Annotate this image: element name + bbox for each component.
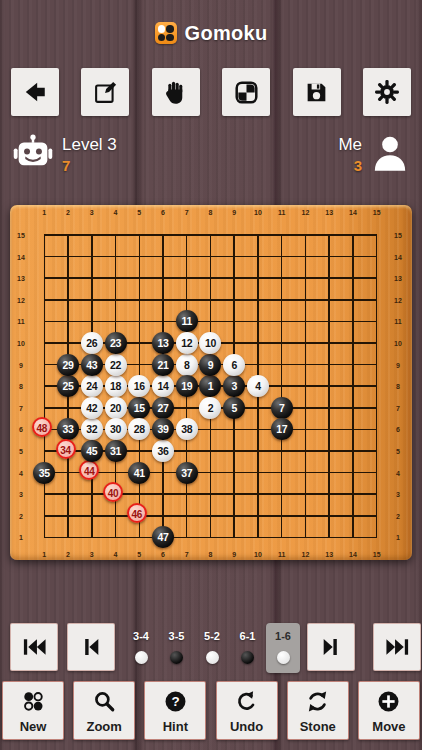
col-label-bottom: 8 [209,551,213,558]
black-stone-29: 29 [57,354,79,376]
row-label-right: 8 [396,383,400,390]
black-stone-35: 35 [33,462,55,484]
move-chip-label: 5-2 [204,630,220,642]
grid-vline [352,234,354,538]
action-label: Hint [163,719,188,734]
move-chip-label: 3-5 [169,630,185,642]
me-info: Me 3 [338,133,410,174]
action-label: Stone [300,719,336,734]
col-label-top: 14 [349,209,357,216]
col-label-bottom: 5 [137,551,141,558]
opponent-score: 7 [62,157,117,174]
white-stone-14: 14 [152,375,174,397]
row-label-right: 2 [396,512,400,519]
grid-vline [305,234,307,538]
move-chip-label: 1-6 [275,630,291,642]
row-label-left: 5 [19,448,23,455]
winning-white-stone-34: 34 [56,439,76,459]
black-stone-25: 25 [57,375,79,397]
row-label-right: 12 [394,296,402,303]
row-label-right: 15 [394,232,402,239]
me-score: 3 [354,157,362,174]
row-label-right: 14 [394,253,402,260]
col-label-bottom: 14 [349,551,357,558]
previous-move-button[interactable] [67,623,115,671]
stone-swap-icon [306,690,329,716]
settings-button[interactable] [363,68,411,116]
white-stone-20: 20 [105,397,127,419]
black-stone-41: 41 [128,462,150,484]
action-label: Zoom [86,719,121,734]
black-stone-31: 31 [105,440,127,462]
row-label-right: 4 [396,469,400,476]
person-icon [370,133,410,173]
stone-button[interactable]: Stone [287,681,349,740]
zoom-icon [93,690,116,716]
col-label-bottom: 15 [373,551,381,558]
col-label-top: 1 [42,209,46,216]
col-label-top: 10 [254,209,262,216]
black-stone-39: 39 [152,418,174,440]
black-stone-7: 7 [271,397,293,419]
move-chip-label: 3-4 [133,630,149,642]
hint-icon: ? [164,690,187,716]
grid-vline [281,234,283,538]
move-navigation: 3-43-55-26-11-6 [0,623,422,673]
back-arrow-icon [22,79,48,105]
app-header: Gomoku [0,18,422,48]
white-stone-36: 36 [152,440,174,462]
opponent-info: Level 3 7 [12,133,117,175]
black-stone-21: 21 [152,354,174,376]
row-label-left: 2 [19,512,23,519]
black-stone-47: 47 [152,526,174,548]
grid-hline [44,234,378,236]
black-stone-9: 9 [199,354,221,376]
black-stone-5: 5 [223,397,245,419]
grid-hline [44,321,378,323]
col-label-top: 6 [161,209,165,216]
col-label-top: 9 [232,209,236,216]
black-stone-45: 45 [81,440,103,462]
col-label-top: 4 [114,209,118,216]
black-stone-33: 33 [57,418,79,440]
winning-white-stone-40: 40 [103,482,123,502]
zoom-button[interactable]: Zoom [73,681,135,740]
row-label-left: 14 [17,253,25,260]
row-label-left: 12 [17,296,25,303]
hint-button[interactable]: ?Hint [144,681,206,740]
col-label-bottom: 4 [114,551,118,558]
black-stone-37: 37 [176,462,198,484]
gomoku-board[interactable]: 1122334455667788991010111112121313141415… [10,205,412,560]
move-chip-6-1[interactable]: 6-1 [231,623,265,673]
last-move-button[interactable] [373,623,421,671]
col-label-top: 3 [90,209,94,216]
white-stone-12: 12 [176,332,198,354]
grid-vline [376,234,378,538]
white-stone-16: 16 [128,375,150,397]
action-label: New [20,719,47,734]
row-label-left: 8 [19,383,23,390]
black-stone-11: 11 [176,310,198,332]
save-button[interactable] [293,68,341,116]
black-stone-13: 13 [152,332,174,354]
row-label-left: 13 [17,275,25,282]
white-stone-38: 38 [176,418,198,440]
move-chip-3-5[interactable]: 3-5 [160,623,194,673]
row-label-left: 3 [19,491,23,498]
row-label-right: 5 [396,448,400,455]
white-stone-6: 6 [223,354,245,376]
col-label-bottom: 10 [254,551,262,558]
row-label-left: 15 [17,232,25,239]
black-stone-dot-icon [241,651,254,664]
move-chip-5-2[interactable]: 5-2 [195,623,229,673]
black-stone-dot-icon [170,651,183,664]
col-label-top: 11 [278,209,285,216]
action-label: Undo [230,719,263,734]
row-label-left: 10 [17,340,25,347]
svg-text:?: ? [171,694,179,709]
row-label-right: 11 [394,318,401,325]
move-button[interactable]: Move [358,681,420,740]
row-label-left: 6 [19,426,23,433]
save-floppy-icon [304,80,329,105]
row-label-left: 4 [19,469,23,476]
row-label-right: 9 [396,361,400,368]
grid-hline [44,256,378,258]
app-logo-icon [155,22,177,44]
black-stone-23: 23 [105,332,127,354]
logo-black-stone [158,34,166,42]
white-stone-22: 22 [105,354,127,376]
winning-white-stone-46: 46 [127,503,147,523]
step-back-icon [79,635,103,659]
col-label-bottom: 6 [161,551,165,558]
back-button[interactable] [11,68,59,116]
white-stone-dot-icon [206,651,219,664]
white-stone-28: 28 [128,418,150,440]
col-label-bottom: 3 [90,551,94,558]
white-stone-dot-icon [135,651,148,664]
black-stone-43: 43 [81,354,103,376]
white-stone-8: 8 [176,354,198,376]
black-stone-19: 19 [176,375,198,397]
me-name: Me [338,135,362,155]
white-stone-32: 32 [81,418,103,440]
gomoku-app: Gomoku [0,0,422,750]
col-label-top: 2 [66,209,70,216]
row-label-left: 9 [19,361,23,368]
black-stone-3: 3 [223,375,245,397]
winning-white-stone-44: 44 [79,460,99,480]
opponent-name: Level 3 [62,135,117,155]
settings-gear-icon [374,79,400,105]
col-label-bottom: 9 [232,551,236,558]
edit-button[interactable] [81,68,129,116]
move-chip-3-4[interactable]: 3-4 [124,623,158,673]
next-move-button[interactable] [307,623,355,671]
white-stone-26: 26 [81,332,103,354]
white-stone-24: 24 [81,375,103,397]
col-label-bottom: 11 [278,551,285,558]
row-label-right: 1 [396,534,400,541]
grid-hline [44,277,378,279]
row-label-left: 1 [19,534,23,541]
logo-black-stone [166,25,174,33]
skip-to-end-icon [384,635,411,659]
white-stone-10: 10 [199,332,221,354]
col-label-top: 15 [373,209,381,216]
row-label-left: 7 [19,404,23,411]
white-stone-18: 18 [105,375,127,397]
skip-to-start-icon [21,635,48,659]
black-stone-15: 15 [128,397,150,419]
hand-button[interactable] [152,68,200,116]
row-label-right: 7 [396,404,400,411]
col-label-bottom: 2 [66,551,70,558]
hand-pan-icon [163,80,188,105]
col-label-top: 12 [302,209,310,216]
action-toolbar: NewZoom?HintUndoStoneMove [0,681,422,740]
action-label: Move [372,719,405,734]
new-button[interactable]: New [2,681,64,740]
move-history-chips: 3-43-55-26-11-6 [124,623,300,673]
row-label-right: 3 [396,491,400,498]
top-toolbar [0,68,422,116]
row-label-left: 11 [17,318,24,325]
grid-vline [328,234,330,538]
app-title: Gomoku [185,22,268,45]
first-move-button[interactable] [10,623,58,671]
row-label-right: 10 [394,340,402,347]
theme-button[interactable] [222,68,270,116]
col-label-top: 7 [185,209,189,216]
move-plus-icon [377,690,400,716]
move-chip-1-6-current[interactable]: 1-6 [266,623,300,673]
undo-icon [235,690,258,716]
logo-white-stone [158,25,166,33]
grid-hline [44,299,378,301]
new-game-icon [22,690,45,716]
col-label-top: 8 [209,209,213,216]
col-label-top: 13 [325,209,333,216]
col-label-bottom: 7 [185,551,189,558]
white-stone-42: 42 [81,397,103,419]
col-label-bottom: 13 [325,551,333,558]
move-chip-label: 6-1 [240,630,256,642]
winning-white-stone-48: 48 [32,417,52,437]
black-stone-1: 1 [199,375,221,397]
col-label-bottom: 12 [302,551,310,558]
step-forward-icon [319,635,343,659]
black-stone-17: 17 [271,418,293,440]
white-stone-4: 4 [247,375,269,397]
player-bar: Level 3 7 Me 3 [0,133,422,175]
theme-quadrant-icon [234,80,259,105]
col-label-top: 5 [137,209,141,216]
black-stone-27: 27 [152,397,174,419]
col-label-bottom: 1 [42,551,46,558]
white-stone-2: 2 [199,397,221,419]
white-stone-dot-icon [277,651,290,664]
logo-black-stone [166,34,174,42]
row-label-right: 6 [396,426,400,433]
undo-button[interactable]: Undo [216,681,278,740]
edit-board-icon [93,80,118,105]
row-label-right: 13 [394,275,402,282]
robot-icon [12,133,54,175]
white-stone-30: 30 [105,418,127,440]
